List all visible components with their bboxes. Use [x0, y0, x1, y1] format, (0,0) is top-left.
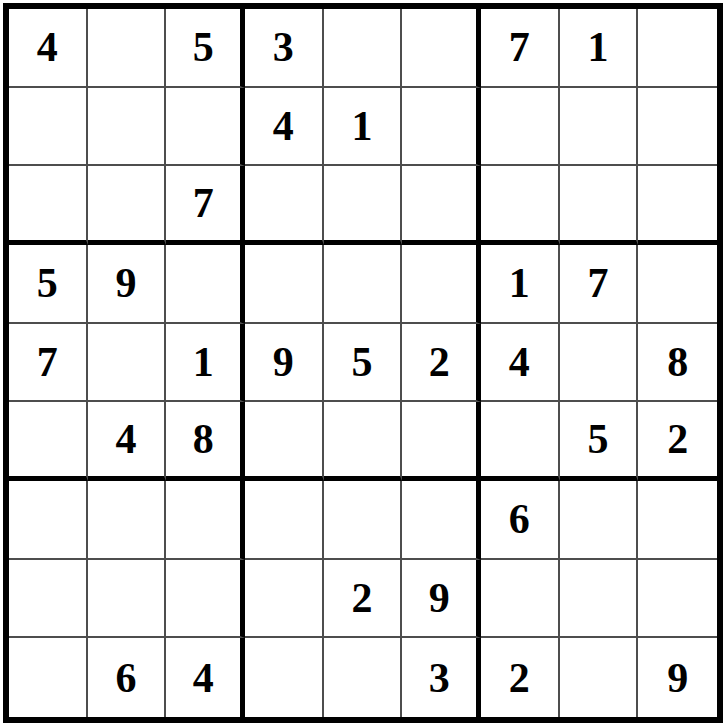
cell-r6c8[interactable]: 5 [560, 402, 639, 481]
cell-r1c4[interactable]: 3 [245, 9, 324, 88]
cell-r4c5[interactable] [324, 245, 403, 324]
cell-r4c9[interactable] [638, 245, 717, 324]
cell-r5c9[interactable]: 8 [638, 324, 717, 403]
given-digit: 7 [509, 26, 530, 68]
given-digit: 4 [193, 657, 214, 699]
cell-r1c7[interactable]: 7 [481, 9, 560, 88]
given-digit: 4 [37, 26, 58, 68]
cell-r3c5[interactable] [324, 166, 403, 245]
cell-r9c6[interactable]: 3 [402, 638, 481, 717]
cell-r4c6[interactable] [402, 245, 481, 324]
given-digit: 6 [509, 498, 530, 540]
cell-r8c1[interactable] [9, 560, 88, 639]
given-digit: 3 [429, 657, 450, 699]
cell-r1c3[interactable]: 5 [166, 9, 245, 88]
cell-r7c6[interactable] [402, 481, 481, 560]
given-digit: 9 [667, 657, 688, 699]
cell-r7c7[interactable]: 6 [481, 481, 560, 560]
cell-r1c8[interactable]: 1 [560, 9, 639, 88]
given-digit: 3 [273, 26, 294, 68]
cell-r6c6[interactable] [402, 402, 481, 481]
given-digit: 1 [587, 26, 608, 68]
cell-r8c3[interactable] [166, 560, 245, 639]
cell-r1c6[interactable] [402, 9, 481, 88]
cell-r8c2[interactable] [88, 560, 167, 639]
given-digit: 5 [587, 418, 608, 460]
cell-r9c9[interactable]: 9 [638, 638, 717, 717]
cell-r5c6[interactable]: 2 [402, 324, 481, 403]
cell-r9c8[interactable] [560, 638, 639, 717]
cell-r1c2[interactable] [88, 9, 167, 88]
cell-r2c1[interactable] [9, 88, 88, 167]
sudoku-board: 4537141759177195248485262964329 [3, 3, 723, 723]
given-digit: 2 [351, 577, 372, 619]
cell-r4c2[interactable]: 9 [88, 245, 167, 324]
given-digit: 8 [667, 341, 688, 383]
given-digit: 9 [115, 262, 136, 304]
given-digit: 1 [351, 105, 372, 147]
cell-r7c3[interactable] [166, 481, 245, 560]
cell-r8c8[interactable] [560, 560, 639, 639]
cell-r5c8[interactable] [560, 324, 639, 403]
given-digit: 8 [193, 418, 214, 460]
cell-r2c2[interactable] [88, 88, 167, 167]
given-digit: 2 [509, 657, 530, 699]
cell-r7c2[interactable] [88, 481, 167, 560]
cell-r7c5[interactable] [324, 481, 403, 560]
cell-r6c5[interactable] [324, 402, 403, 481]
cell-r9c2[interactable]: 6 [88, 638, 167, 717]
cell-r5c5[interactable]: 5 [324, 324, 403, 403]
cell-r4c4[interactable] [245, 245, 324, 324]
cell-r9c1[interactable] [9, 638, 88, 717]
cell-r9c3[interactable]: 4 [166, 638, 245, 717]
cell-r6c9[interactable]: 2 [638, 402, 717, 481]
cell-r2c8[interactable] [560, 88, 639, 167]
cell-r7c9[interactable] [638, 481, 717, 560]
given-digit: 5 [37, 262, 58, 304]
cell-r6c4[interactable] [245, 402, 324, 481]
cell-r7c4[interactable] [245, 481, 324, 560]
cell-r1c1[interactable]: 4 [9, 9, 88, 88]
cell-r4c8[interactable]: 7 [560, 245, 639, 324]
cell-r9c4[interactable] [245, 638, 324, 717]
cell-r5c3[interactable]: 1 [166, 324, 245, 403]
given-digit: 7 [37, 341, 58, 383]
given-digit: 6 [115, 657, 136, 699]
cell-r4c1[interactable]: 5 [9, 245, 88, 324]
cell-r5c7[interactable]: 4 [481, 324, 560, 403]
cell-r6c7[interactable] [481, 402, 560, 481]
given-digit: 7 [193, 182, 214, 224]
cell-r9c7[interactable]: 2 [481, 638, 560, 717]
cell-r3c2[interactable] [88, 166, 167, 245]
given-digit: 4 [115, 418, 136, 460]
cell-r6c3[interactable]: 8 [166, 402, 245, 481]
cell-r2c9[interactable] [638, 88, 717, 167]
sudoku-page: 4537141759177195248485262964329 [0, 0, 726, 726]
cell-r1c9[interactable] [638, 9, 717, 88]
cell-r2c7[interactable] [481, 88, 560, 167]
given-digit: 9 [273, 341, 294, 383]
given-digit: 2 [667, 418, 688, 460]
given-digit: 9 [429, 577, 450, 619]
given-digit: 2 [429, 341, 450, 383]
cell-r3c6[interactable] [402, 166, 481, 245]
cell-r3c1[interactable] [9, 166, 88, 245]
cell-r5c1[interactable]: 7 [9, 324, 88, 403]
cell-r3c3[interactable]: 7 [166, 166, 245, 245]
cell-r3c7[interactable] [481, 166, 560, 245]
given-digit: 5 [193, 26, 214, 68]
given-digit: 4 [509, 341, 530, 383]
cell-r9c5[interactable] [324, 638, 403, 717]
cell-r3c4[interactable] [245, 166, 324, 245]
cell-r7c1[interactable] [9, 481, 88, 560]
cell-r7c8[interactable] [560, 481, 639, 560]
cell-r2c6[interactable] [402, 88, 481, 167]
given-digit: 7 [587, 262, 608, 304]
cell-r3c8[interactable] [560, 166, 639, 245]
cell-r5c4[interactable]: 9 [245, 324, 324, 403]
cell-r2c5[interactable]: 1 [324, 88, 403, 167]
cell-r8c7[interactable] [481, 560, 560, 639]
cell-r8c6[interactable]: 9 [402, 560, 481, 639]
cell-r6c1[interactable] [9, 402, 88, 481]
given-digit: 1 [193, 341, 214, 383]
cell-r2c4[interactable]: 4 [245, 88, 324, 167]
cell-r8c5[interactable]: 2 [324, 560, 403, 639]
cell-r3c9[interactable] [638, 166, 717, 245]
cell-r1c5[interactable] [324, 9, 403, 88]
given-digit: 1 [509, 262, 530, 304]
cell-r8c9[interactable] [638, 560, 717, 639]
cell-r5c2[interactable] [88, 324, 167, 403]
cell-r4c3[interactable] [166, 245, 245, 324]
given-digit: 5 [351, 341, 372, 383]
cell-r6c2[interactable]: 4 [88, 402, 167, 481]
cell-r8c4[interactable] [245, 560, 324, 639]
cell-r4c7[interactable]: 1 [481, 245, 560, 324]
given-digit: 4 [273, 105, 294, 147]
cell-r2c3[interactable] [166, 88, 245, 167]
